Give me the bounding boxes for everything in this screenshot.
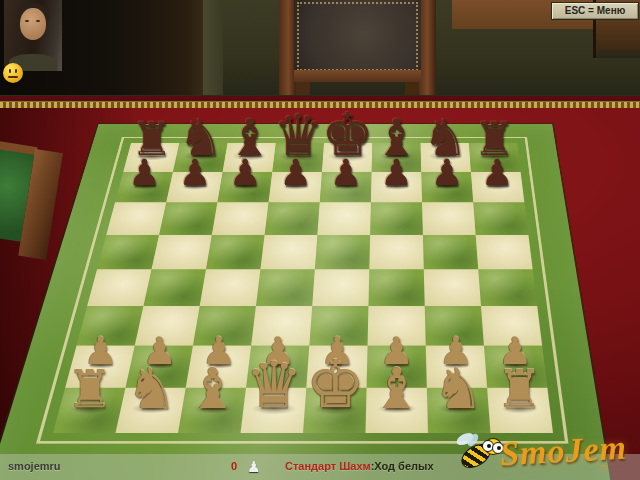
square-h4[interactable] [478, 269, 537, 306]
game-mode-label: Стандарт Шахм:Ход белых [285, 460, 434, 472]
smiley-eye [15, 69, 17, 73]
square-f4[interactable] [368, 269, 424, 306]
square-e5[interactable] [315, 235, 370, 270]
square-g4[interactable] [424, 269, 481, 306]
smojem-logo: SmoJem ru [452, 430, 640, 480]
square-b4[interactable] [143, 269, 206, 306]
avatar-face [20, 8, 46, 40]
square-g6[interactable] [422, 202, 476, 234]
logo-suffix: ru [600, 462, 608, 472]
square-f5[interactable] [369, 235, 423, 270]
square-h6[interactable] [473, 202, 528, 234]
smiley-mouth [8, 76, 18, 78]
piece-h1-white-rook[interactable]: ♜ [470, 364, 570, 416]
site-label: smojemru [8, 460, 61, 472]
piece-h7-black-pawn[interactable]: ♟ [447, 155, 547, 191]
square-c4[interactable] [200, 269, 261, 306]
square-b6[interactable] [159, 202, 217, 234]
square-a6[interactable] [106, 202, 166, 234]
square-d5[interactable] [260, 235, 317, 270]
square-c5[interactable] [206, 235, 265, 270]
square-a4[interactable] [87, 269, 151, 306]
square-d4[interactable] [256, 269, 315, 306]
turn-label: :Ход белых [371, 460, 434, 472]
white-pawn-icon: ♟ [247, 458, 260, 476]
board-scene: ♜♞♝♛♚♝♞♜♟♟♟♟♟♟♟♟♟♟♟♟♟♟♟♟♜♞♝♛♚♝♞♜ [0, 0, 640, 480]
avatar-eye [36, 20, 40, 22]
square-b5[interactable] [151, 235, 211, 270]
square-e4[interactable] [312, 269, 369, 306]
square-e6[interactable] [317, 202, 371, 234]
smiley-eye [9, 69, 11, 73]
opponent-avatar [4, 0, 62, 71]
avatar-eye [25, 20, 29, 22]
game-screen: ♜♞♝♛♚♝♞♜♟♟♟♟♟♟♟♟♟♟♟♟♟♟♟♟♜♞♝♛♚♝♞♜ ESC = М… [0, 0, 640, 480]
logo-text: SmoJem [499, 429, 628, 474]
square-h5[interactable] [476, 235, 533, 270]
square-f6[interactable] [370, 202, 423, 234]
square-g5[interactable] [423, 235, 478, 270]
square-c6[interactable] [212, 202, 269, 234]
square-d6[interactable] [265, 202, 320, 234]
counter-value: 0 [231, 460, 237, 472]
square-a5[interactable] [97, 235, 159, 270]
mood-smiley-icon [3, 63, 23, 83]
esc-menu-button[interactable]: ESC = Меню [551, 2, 639, 20]
